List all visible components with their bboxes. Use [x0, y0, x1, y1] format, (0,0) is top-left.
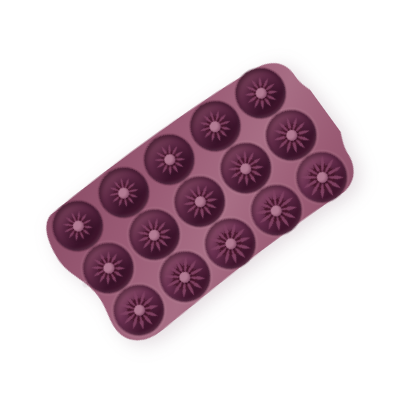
mold-tray [26, 44, 374, 360]
photo-background [0, 0, 400, 400]
cavity-grid [26, 44, 374, 360]
